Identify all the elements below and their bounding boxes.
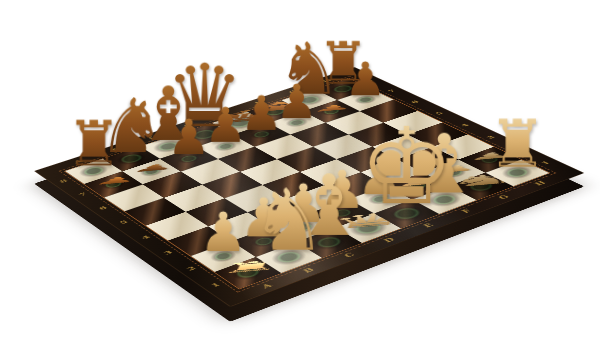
white-pawn-glyph: ♟ [199, 205, 248, 259]
square-b1[interactable]: ♞ [256, 242, 322, 273]
product-photo-chess-set: ABCDEFGH ABCDEFGH 87654321 87654321 ♜♞♝♛… [0, 0, 600, 339]
chess-board: ABCDEFGH ABCDEFGH 87654321 87654321 ♜♞♝♛… [34, 67, 584, 307]
board-field: ♜♞♝♛♚♝♞♜♟♟♟♟♟♟♟♟♟♟♟♟♟♟♟♟♜♞♝♛♚♝♞♜ [64, 78, 551, 290]
white-rook-glyph: ♜ [488, 111, 547, 177]
black-pawn-glyph: ♟ [345, 56, 387, 102]
black-pawn-glyph: ♟ [167, 113, 211, 162]
white-king-glyph: ♚ [359, 114, 454, 220]
square-h1[interactable]: ♜ [485, 160, 549, 187]
white-knight-glyph: ♞ [251, 177, 328, 262]
black-rook-glyph: ♜ [66, 113, 122, 175]
board-scene: ABCDEFGH ABCDEFGH 87654321 87654321 ♜♞♝♛… [0, 0, 600, 339]
